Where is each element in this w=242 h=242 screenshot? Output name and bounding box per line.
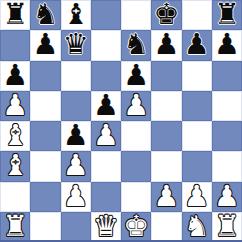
square-h4[interactable] [212,121,242,151]
square-c7[interactable]: ♛ [61,30,91,60]
piece-black-pawn[interactable]: ♟ [123,61,149,90]
square-a7[interactable] [0,30,30,60]
piece-white-bishop[interactable]: ♝ [2,151,28,180]
square-a4[interactable]: ♝ [0,121,30,151]
square-c1[interactable] [61,212,91,242]
piece-white-king[interactable]: ♚ [123,212,149,241]
piece-black-knight[interactable]: ♞ [123,30,149,59]
square-g5[interactable] [182,91,212,121]
square-e2[interactable] [121,182,151,212]
square-c2[interactable]: ♟ [61,182,91,212]
piece-black-queen[interactable]: ♛ [63,30,89,59]
square-e8[interactable] [121,0,151,30]
square-g6[interactable] [182,61,212,91]
square-h5[interactable] [212,91,242,121]
square-b3[interactable] [30,151,60,181]
piece-black-pawn[interactable]: ♟ [153,30,179,59]
square-h1[interactable]: ♜ [212,212,242,242]
square-g7[interactable]: ♟ [182,30,212,60]
square-c5[interactable] [61,91,91,121]
square-a2[interactable] [0,182,30,212]
piece-black-pawn[interactable]: ♟ [184,30,210,59]
piece-black-knight[interactable]: ♞ [32,0,58,29]
square-d8[interactable] [91,0,121,30]
square-d7[interactable] [91,30,121,60]
piece-white-pawn[interactable]: ♟ [184,182,210,211]
square-b7[interactable]: ♟ [30,30,60,60]
square-d6[interactable] [91,61,121,91]
piece-black-rook[interactable]: ♜ [214,0,240,29]
square-g2[interactable]: ♟ [182,182,212,212]
piece-black-rook[interactable]: ♜ [2,0,28,29]
square-a3[interactable]: ♝ [0,151,30,181]
piece-white-rook[interactable]: ♜ [2,212,28,241]
square-d5[interactable]: ♟ [91,91,121,121]
piece-black-pawn[interactable]: ♟ [93,91,119,120]
square-h7[interactable]: ♟ [212,30,242,60]
square-h3[interactable] [212,151,242,181]
piece-white-knight[interactable]: ♞ [184,212,210,241]
square-e5[interactable]: ♟ [121,91,151,121]
square-e4[interactable] [121,121,151,151]
piece-black-pawn[interactable]: ♟ [2,61,28,90]
piece-white-pawn[interactable]: ♟ [153,182,179,211]
square-d2[interactable] [91,182,121,212]
piece-white-pawn[interactable]: ♟ [123,91,149,120]
piece-black-pawn[interactable]: ♟ [214,30,240,59]
square-b6[interactable] [30,61,60,91]
chess-board: ♜♞♝♚♜♟♛♞♟♟♟♟♟♟♟♟♝♟♟♝♟♟♟♟♟♜♛♚♞♜ [0,0,242,242]
square-g3[interactable] [182,151,212,181]
piece-black-bishop[interactable]: ♝ [63,0,89,29]
square-h2[interactable]: ♟ [212,182,242,212]
square-b1[interactable] [30,212,60,242]
square-a5[interactable]: ♟ [0,91,30,121]
square-f5[interactable] [151,91,181,121]
square-g8[interactable] [182,0,212,30]
square-a1[interactable]: ♜ [0,212,30,242]
piece-black-pawn[interactable]: ♟ [32,30,58,59]
square-b4[interactable] [30,121,60,151]
piece-black-king[interactable]: ♚ [153,0,179,29]
square-c3[interactable]: ♟ [61,151,91,181]
piece-white-pawn[interactable]: ♟ [63,151,89,180]
square-a6[interactable]: ♟ [0,61,30,91]
piece-black-pawn[interactable]: ♟ [63,121,89,150]
square-f6[interactable] [151,61,181,91]
square-c6[interactable] [61,61,91,91]
piece-white-bishop[interactable]: ♝ [2,121,28,150]
square-d1[interactable]: ♛ [91,212,121,242]
square-f7[interactable]: ♟ [151,30,181,60]
square-c4[interactable]: ♟ [61,121,91,151]
square-b5[interactable] [30,91,60,121]
square-g1[interactable]: ♞ [182,212,212,242]
piece-white-pawn[interactable]: ♟ [2,91,28,120]
piece-white-pawn[interactable]: ♟ [214,182,240,211]
square-b8[interactable]: ♞ [30,0,60,30]
square-f2[interactable]: ♟ [151,182,181,212]
square-e3[interactable] [121,151,151,181]
piece-white-queen[interactable]: ♛ [93,212,119,241]
piece-white-pawn[interactable]: ♟ [93,121,119,150]
square-e7[interactable]: ♞ [121,30,151,60]
square-c8[interactable]: ♝ [61,0,91,30]
square-f4[interactable] [151,121,181,151]
square-g4[interactable] [182,121,212,151]
square-f8[interactable]: ♚ [151,0,181,30]
square-h6[interactable] [212,61,242,91]
square-h8[interactable]: ♜ [212,0,242,30]
square-d4[interactable]: ♟ [91,121,121,151]
square-e1[interactable]: ♚ [121,212,151,242]
chess-board-grid: ♜♞♝♚♜♟♛♞♟♟♟♟♟♟♟♟♝♟♟♝♟♟♟♟♟♜♛♚♞♜ [0,0,242,242]
square-e6[interactable]: ♟ [121,61,151,91]
square-f1[interactable] [151,212,181,242]
square-b2[interactable] [30,182,60,212]
square-a8[interactable]: ♜ [0,0,30,30]
square-f3[interactable] [151,151,181,181]
piece-white-rook[interactable]: ♜ [214,212,240,241]
piece-white-pawn[interactable]: ♟ [63,182,89,211]
square-d3[interactable] [91,151,121,181]
